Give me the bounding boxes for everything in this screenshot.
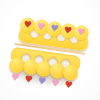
heart-decoration-red: ♥	[60, 77, 77, 94]
heart-decoration-pink: ♥	[73, 24, 90, 41]
foam-finger: ♥	[73, 24, 90, 41]
toe-separators: ♥♥♥♥♥♥♥♥♥♥	[8, 16, 91, 83]
product-photo: ♥♥♥♥♥♥♥♥♥♥	[0, 0, 100, 100]
